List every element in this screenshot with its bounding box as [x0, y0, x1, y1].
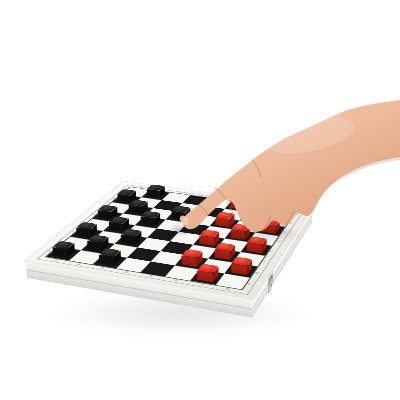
checker-red[interactable]: [197, 272, 218, 282]
checker-side: [128, 204, 141, 214]
checker-red[interactable]: [230, 203, 248, 210]
checker-side: [230, 229, 245, 240]
checker-red[interactable]: [231, 265, 252, 274]
product-photo-scene: 12345678 12345678 abcdefgh abcdefgh: [0, 0, 400, 400]
checker-side: [87, 240, 102, 251]
coordinate-label: g: [255, 271, 260, 274]
checker-red[interactable]: [247, 245, 267, 254]
checker-side: [245, 211, 259, 221]
checker-side: [274, 206, 288, 216]
checker-side: [121, 234, 135, 245]
checker-red[interactable]: [215, 219, 234, 227]
checker-red[interactable]: [181, 258, 202, 267]
checker-red[interactable]: [245, 214, 263, 221]
checker-black[interactable]: [141, 219, 160, 226]
checker-red[interactable]: [261, 226, 280, 234]
checker-side: [140, 216, 154, 226]
checker-side: [181, 255, 196, 266]
checker-side: [171, 210, 185, 220]
checker-side: [230, 200, 244, 210]
checker-red[interactable]: [230, 232, 249, 240]
checker-black-touched[interactable]: [171, 213, 190, 220]
checker-black[interactable]: [99, 257, 121, 266]
checker-red[interactable]: [274, 209, 292, 216]
checker-side: [76, 227, 90, 238]
coordinate-label: a: [295, 213, 299, 215]
checker-side: [231, 263, 247, 275]
checker-side: [52, 247, 67, 258]
checker-red[interactable]: [214, 251, 234, 260]
checker-side: [147, 189, 160, 198]
checker-side: [99, 254, 114, 265]
scene-3d: 12345678 12345678 abcdefgh abcdefgh: [0, 0, 400, 400]
checker-side: [197, 270, 213, 282]
checker-red[interactable]: [199, 238, 219, 246]
checker-side: [117, 194, 130, 204]
checker-side: [247, 242, 262, 253]
checker-black[interactable]: [121, 237, 141, 245]
checker-side: [98, 210, 112, 220]
checker-black[interactable]: [53, 249, 75, 258]
coordinate-label: h: [247, 282, 252, 285]
checker-black[interactable]: [147, 192, 165, 198]
checker-side: [214, 249, 229, 260]
checker-side: [109, 222, 123, 232]
checker-side: [215, 217, 229, 227]
checker-side: [261, 223, 276, 233]
